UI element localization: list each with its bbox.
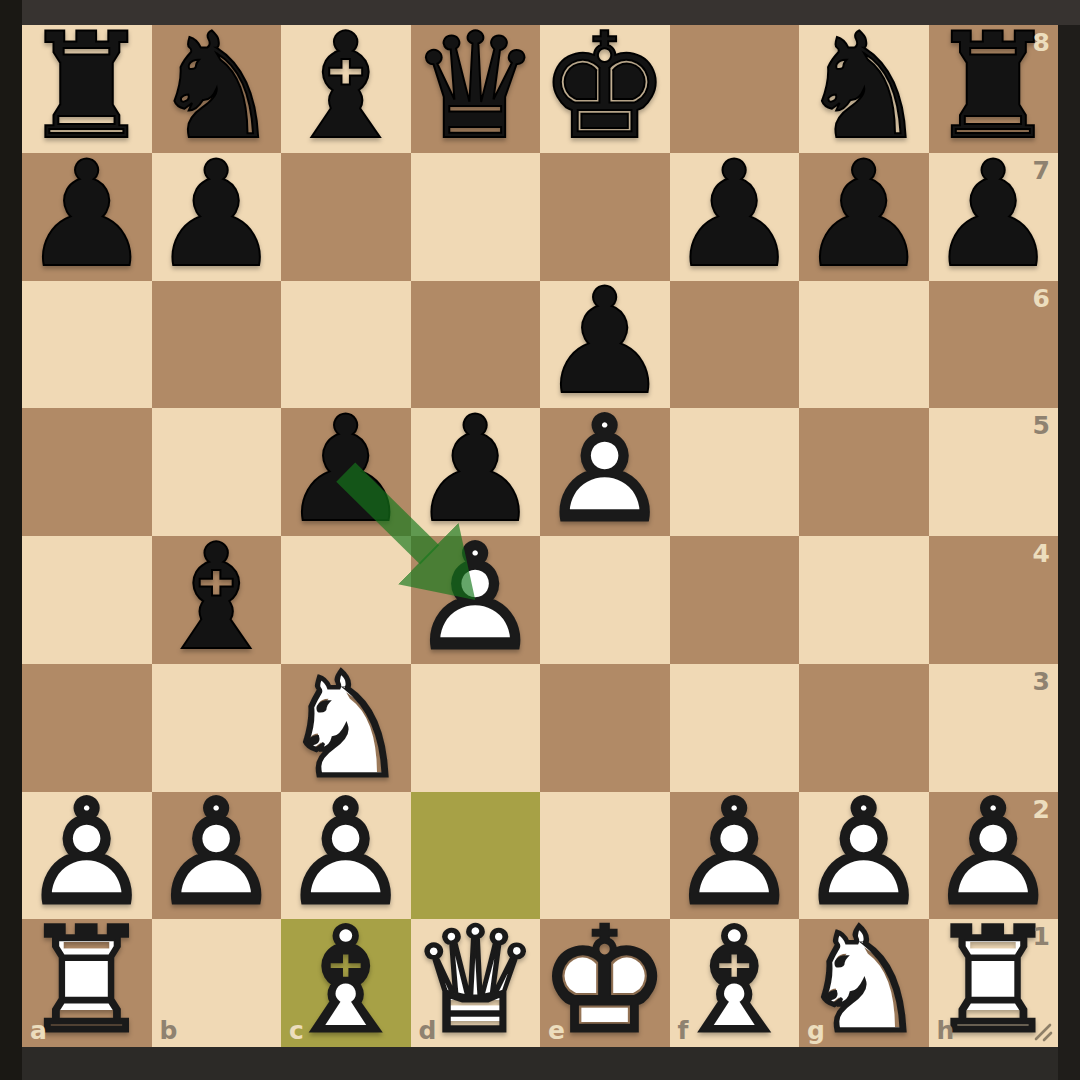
coord-rank-2: 2 [1033, 795, 1050, 824]
square-e1[interactable]: ♚♔e [540, 919, 670, 1047]
coord-rank-1: 1 [1033, 922, 1050, 951]
square-h6[interactable]: 6 [929, 281, 1059, 409]
coord-file-g: g [807, 1016, 825, 1045]
square-d1[interactable]: ♛♕d [411, 919, 541, 1047]
coord-rank-4: 4 [1033, 539, 1050, 568]
bottom-edge [22, 1047, 1080, 1080]
white-pawn-e5[interactable]: ♟♙ [540, 408, 670, 536]
square-f6[interactable] [670, 281, 800, 409]
coord-file-b: b [160, 1016, 178, 1045]
white-bishop-f1[interactable]: ♝♗ [670, 919, 800, 1047]
black-pawn-a7[interactable]: ♟ [22, 153, 152, 281]
square-d4[interactable]: ♟♙ [411, 536, 541, 664]
square-e8[interactable]: ♚ [540, 25, 670, 153]
left-edge [0, 0, 22, 1080]
square-h5[interactable]: 5 [929, 408, 1059, 536]
square-g6[interactable] [799, 281, 929, 409]
square-b7[interactable]: ♟ [152, 153, 282, 281]
black-pawn-b7[interactable]: ♟ [152, 153, 282, 281]
white-pawn-d4[interactable]: ♟♙ [411, 536, 541, 664]
coord-file-c: c [289, 1016, 304, 1045]
board-resize-handle-icon[interactable] [1032, 1021, 1054, 1043]
square-a7[interactable]: ♟ [22, 153, 152, 281]
square-b4[interactable]: ♝ [152, 536, 282, 664]
square-a1[interactable]: ♜♖a [22, 919, 152, 1047]
square-d3[interactable] [411, 664, 541, 792]
coord-rank-6: 6 [1033, 284, 1050, 313]
square-c1[interactable]: ♝♗c [281, 919, 411, 1047]
coord-rank-8: 8 [1033, 28, 1050, 57]
black-pawn-f7[interactable]: ♟ [670, 153, 800, 281]
coord-file-h: h [937, 1016, 955, 1045]
square-c7[interactable] [281, 153, 411, 281]
square-b1[interactable]: b [152, 919, 282, 1047]
square-f1[interactable]: ♝♗f [670, 919, 800, 1047]
square-d8[interactable]: ♛ [411, 25, 541, 153]
coord-rank-5: 5 [1033, 411, 1050, 440]
right-edge [1058, 25, 1080, 1080]
coord-file-e: e [548, 1016, 565, 1045]
square-c5[interactable]: ♟ [281, 408, 411, 536]
coord-rank-3: 3 [1033, 667, 1050, 696]
square-b6[interactable] [152, 281, 282, 409]
square-h7[interactable]: ♟7 [929, 153, 1059, 281]
black-queen-d8[interactable]: ♛ [411, 25, 541, 153]
black-pawn-g7[interactable]: ♟ [799, 153, 929, 281]
square-a4[interactable] [22, 536, 152, 664]
square-a6[interactable] [22, 281, 152, 409]
square-f7[interactable]: ♟ [670, 153, 800, 281]
black-bishop-b4[interactable]: ♝ [152, 536, 282, 664]
black-pawn-c5[interactable]: ♟ [281, 408, 411, 536]
square-e3[interactable] [540, 664, 670, 792]
coord-file-a: a [30, 1016, 47, 1045]
white-pawn-b2[interactable]: ♟♙ [152, 792, 282, 920]
black-king-e8[interactable]: ♚ [540, 25, 670, 153]
square-h4[interactable]: 4 [929, 536, 1059, 664]
square-e5[interactable]: ♟♙ [540, 408, 670, 536]
coord-file-f: f [678, 1016, 689, 1045]
square-d7[interactable] [411, 153, 541, 281]
square-f4[interactable] [670, 536, 800, 664]
square-g4[interactable] [799, 536, 929, 664]
chess-board[interactable]: ♜♞♝♛♚♞♜8♟♟♟♟♟7♟6♟♟♟♙5♝♟♙4♞♘3♟♙♟♙♟♙♟♙♟♙♟♙… [22, 25, 1058, 1047]
coord-file-d: d [419, 1016, 437, 1045]
black-bishop-c8[interactable]: ♝ [281, 25, 411, 153]
square-e4[interactable] [540, 536, 670, 664]
square-b2[interactable]: ♟♙ [152, 792, 282, 920]
square-g1[interactable]: ♞♘g [799, 919, 929, 1047]
square-g5[interactable] [799, 408, 929, 536]
square-a5[interactable] [22, 408, 152, 536]
square-f5[interactable] [670, 408, 800, 536]
square-c8[interactable]: ♝ [281, 25, 411, 153]
coord-rank-7: 7 [1033, 156, 1050, 185]
square-g7[interactable]: ♟ [799, 153, 929, 281]
